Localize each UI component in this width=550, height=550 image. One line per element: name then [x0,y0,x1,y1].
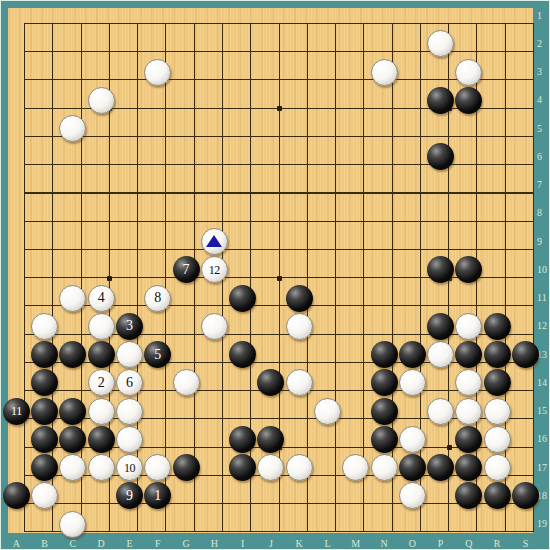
white-stone-E17[interactable]: 10 [116,454,143,481]
row-label: 17 [537,463,547,473]
row-label: 7 [537,180,542,190]
column-label: K [296,539,303,549]
black-stone-N16[interactable] [371,426,398,453]
move-number-label: 6 [126,376,133,390]
black-stone-I13[interactable] [229,341,256,368]
row-label: 1 [537,11,542,21]
column-label: A [13,539,20,549]
white-stone-E15[interactable] [116,398,143,425]
white-stone-D11[interactable]: 4 [88,285,115,312]
move-number-label: 2 [98,376,105,390]
white-stone-K17[interactable] [286,454,313,481]
black-stone-D16[interactable] [88,426,115,453]
move-number-label: 10 [124,462,135,474]
column-label: E [126,539,132,549]
row-label: 4 [537,95,542,105]
white-stone-D15[interactable] [88,398,115,425]
column-label: F [155,539,161,549]
white-stone-Q15[interactable] [455,398,482,425]
triangle-marker-icon [206,235,222,247]
row-label: 16 [537,434,547,444]
black-stone-P17[interactable] [427,454,454,481]
black-stone-C16[interactable] [59,426,86,453]
move-number-label: 5 [154,348,161,362]
black-stone-D13[interactable] [88,341,115,368]
column-label: B [41,539,48,549]
row-label: 15 [537,406,547,416]
column-label: D [98,539,105,549]
black-stone-B16[interactable] [31,426,58,453]
column-label: M [351,539,360,549]
black-stone-G10[interactable]: 7 [173,256,200,283]
row-label: 12 [537,321,547,331]
move-number-label: 3 [126,319,133,333]
row-label: 2 [537,39,542,49]
black-stone-P4[interactable] [427,87,454,114]
row-label: 3 [537,67,542,77]
column-label: S [523,539,529,549]
white-stone-K14[interactable] [286,369,313,396]
white-stone-K12[interactable] [286,313,313,340]
white-stone-R15[interactable] [484,398,511,425]
white-stone-E13[interactable] [116,341,143,368]
black-stone-O17[interactable] [399,454,426,481]
white-stone-B12[interactable] [31,313,58,340]
white-stone-L15[interactable] [314,398,341,425]
black-stone-A18[interactable] [3,482,30,509]
row-label: 9 [537,237,542,247]
white-stone-P15[interactable] [427,398,454,425]
white-stone-P13[interactable] [427,341,454,368]
black-stone-O13[interactable] [399,341,426,368]
black-stone-B13[interactable] [31,341,58,368]
white-stone-Q3[interactable] [455,59,482,86]
column-label: L [324,539,330,549]
white-stone-D4[interactable] [88,87,115,114]
black-stone-I16[interactable] [229,426,256,453]
white-stone-D14[interactable]: 2 [88,369,115,396]
move-number-label: 7 [183,263,190,277]
star-point [277,106,282,111]
row-label: 11 [537,293,547,303]
black-stone-N13[interactable] [371,341,398,368]
move-number-label: 11 [11,405,22,417]
black-stone-Q16[interactable] [455,426,482,453]
column-label: N [380,539,387,549]
black-stone-S18[interactable] [512,482,539,509]
white-stone-N17[interactable] [371,454,398,481]
column-label: J [269,539,273,549]
white-stone-N3[interactable] [371,59,398,86]
star-point [447,445,452,450]
white-stone-H10[interactable]: 12 [201,256,228,283]
white-stone-D17[interactable] [88,454,115,481]
row-label: 19 [537,519,547,529]
black-stone-R18[interactable] [484,482,511,509]
white-stone-C19[interactable] [59,511,86,538]
white-stone-H9[interactable] [201,228,228,255]
move-number-label: 4 [98,291,105,305]
column-label: G [182,539,189,549]
row-label: 10 [537,265,547,275]
move-number-label: 9 [126,489,133,503]
white-stone-F11[interactable]: 8 [144,285,171,312]
white-stone-R16[interactable] [484,426,511,453]
white-stone-E16[interactable] [116,426,143,453]
black-stone-B15[interactable] [31,398,58,425]
black-stone-J16[interactable] [257,426,284,453]
move-number-label: 1 [154,489,161,503]
black-stone-E12[interactable]: 3 [116,313,143,340]
black-stone-A15[interactable]: 11 [3,398,30,425]
white-stone-H12[interactable] [201,313,228,340]
star-point [107,276,112,281]
row-label: 5 [537,124,542,134]
black-stone-N14[interactable] [371,369,398,396]
go-game-screenshot: ABCDEFGHIJKLMNOPQRS123456789101112131415… [0,0,550,550]
black-stone-S13[interactable] [512,341,539,368]
black-stone-R14[interactable] [484,369,511,396]
column-label: O [409,539,416,549]
white-stone-O18[interactable] [399,482,426,509]
black-stone-I11[interactable] [229,285,256,312]
black-stone-K11[interactable] [286,285,313,312]
black-stone-R12[interactable] [484,313,511,340]
black-stone-B17[interactable] [31,454,58,481]
black-stone-I17[interactable] [229,454,256,481]
black-stone-C15[interactable] [59,398,86,425]
black-stone-P12[interactable] [427,313,454,340]
white-stone-O14[interactable] [399,369,426,396]
column-label: C [70,539,77,549]
move-number-label: 12 [209,264,220,276]
black-stone-N15[interactable] [371,398,398,425]
black-stone-Q4[interactable] [455,87,482,114]
star-point [277,276,282,281]
row-label: 14 [537,378,547,388]
row-label: 8 [537,208,542,218]
white-stone-G14[interactable] [173,369,200,396]
white-stone-D12[interactable] [88,313,115,340]
black-stone-R13[interactable] [484,341,511,368]
white-stone-O16[interactable] [399,426,426,453]
white-stone-R17[interactable] [484,454,511,481]
column-label: R [494,539,501,549]
move-number-label: 8 [154,291,161,305]
white-stone-Q12[interactable] [455,313,482,340]
column-label: H [211,539,218,549]
white-stone-C11[interactable] [59,285,86,312]
column-label: P [438,539,444,549]
column-label: Q [465,539,472,549]
row-label: 6 [537,152,542,162]
white-stone-F3[interactable] [144,59,171,86]
column-label: I [241,539,244,549]
black-stone-G17[interactable] [173,454,200,481]
